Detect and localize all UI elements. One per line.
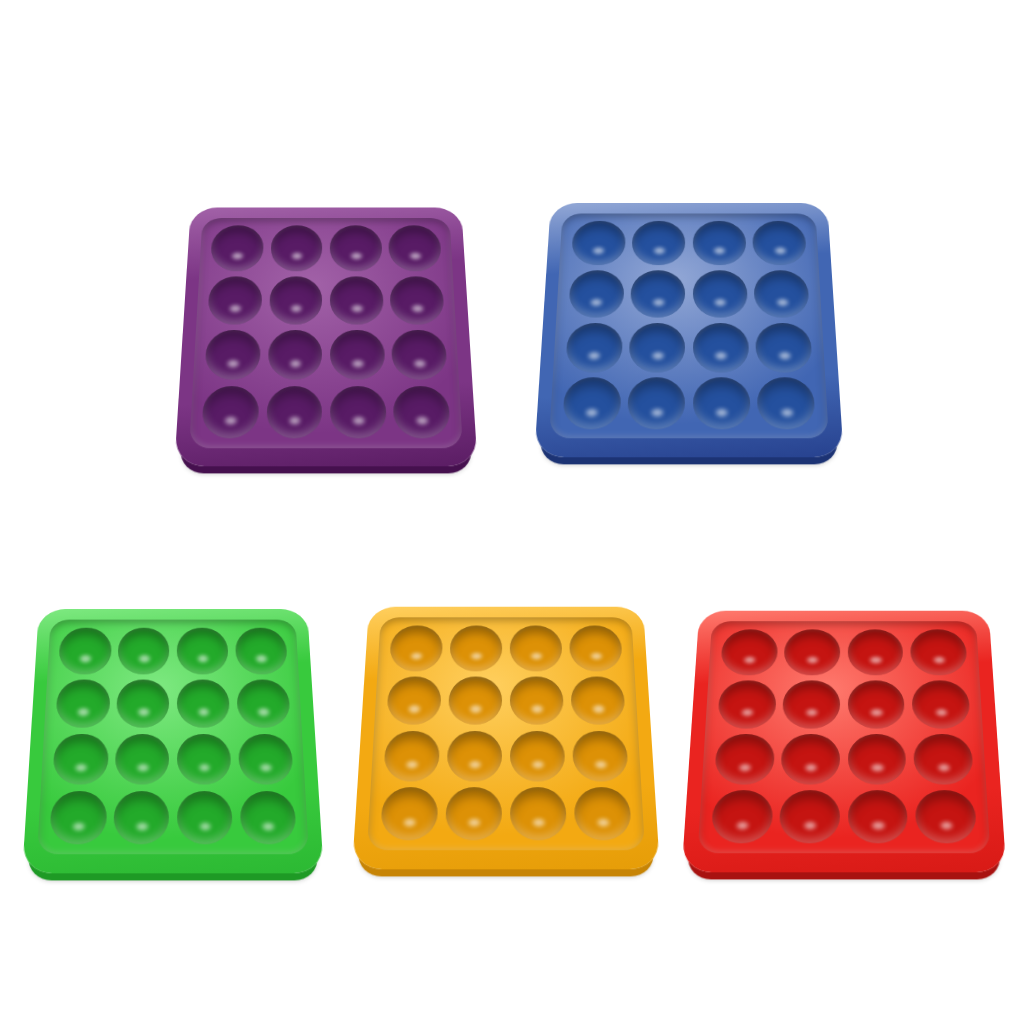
ball-socket [693, 377, 751, 429]
socket-highlight [714, 247, 725, 254]
ball-socket [117, 628, 169, 674]
socket-highlight [591, 298, 602, 305]
ball-socket [52, 734, 108, 785]
ball-socket [629, 323, 685, 372]
ball-socket [446, 731, 502, 782]
ball-socket [236, 679, 291, 728]
socket-highlight [198, 655, 208, 662]
ball-socket [266, 386, 323, 439]
tray-floor [189, 218, 463, 448]
socket-grid-4x4 [198, 224, 455, 442]
socket-highlight [411, 653, 422, 660]
socket-highlight [934, 657, 945, 664]
ball-socket [714, 734, 774, 785]
ball-socket [58, 628, 111, 674]
tray-floor [367, 618, 645, 851]
socket-highlight [742, 709, 754, 716]
socket-highlight [260, 764, 271, 772]
socket-grid-4x4 [45, 625, 300, 848]
ball-socket [630, 270, 685, 317]
socket-highlight [406, 761, 417, 769]
ball-socket [269, 277, 323, 325]
socket-highlight [410, 253, 421, 260]
socket-highlight [198, 708, 209, 715]
ball-socket [848, 629, 904, 675]
socket-highlight [805, 764, 817, 772]
socket-highlight [871, 657, 882, 664]
socket-grid-4x4 [707, 627, 982, 847]
socket-grid-4x4 [376, 623, 637, 844]
ball-socket [239, 791, 297, 845]
socket-highlight [941, 822, 953, 830]
ball-socket [270, 226, 323, 272]
ball-socket [632, 220, 686, 265]
tray-body-red [682, 611, 1006, 872]
ball-socket [569, 625, 624, 671]
socket-highlight [200, 823, 211, 831]
ball-tray-blue [540, 199, 838, 446]
socket-highlight [651, 408, 663, 416]
ball-socket [915, 791, 977, 844]
socket-highlight [73, 823, 84, 831]
ball-tray-red [688, 607, 1000, 861]
socket-highlight [416, 417, 428, 425]
ball-socket [330, 330, 385, 380]
ball-socket [115, 734, 170, 785]
socket-highlight [593, 706, 604, 713]
socket-highlight [351, 305, 362, 312]
socket-highlight [263, 823, 274, 831]
ball-socket [570, 677, 626, 725]
ball-socket [392, 386, 450, 439]
socket-highlight [779, 352, 790, 359]
ball-socket [510, 625, 563, 671]
ball-socket [693, 323, 749, 372]
ball-socket [572, 731, 629, 782]
ball-socket [210, 226, 264, 272]
socket-highlight [595, 761, 606, 769]
socket-highlight [292, 253, 303, 260]
ball-socket [388, 226, 442, 272]
socket-highlight [739, 764, 751, 772]
socket-highlight [75, 764, 86, 772]
socket-highlight [807, 657, 818, 664]
ball-socket [116, 679, 169, 728]
socket-highlight [353, 417, 364, 425]
socket-highlight [468, 819, 479, 827]
socket-highlight [716, 352, 727, 359]
ball-socket [720, 629, 777, 675]
ball-socket [389, 277, 444, 325]
socket-highlight [806, 709, 817, 716]
socket-highlight [352, 360, 363, 368]
ball-socket [383, 731, 440, 782]
socket-highlight [414, 360, 425, 368]
socket-highlight [777, 298, 788, 305]
socket-highlight [409, 706, 420, 713]
ball-socket [781, 734, 840, 785]
ball-socket [757, 377, 816, 429]
ball-socket [205, 330, 261, 380]
socket-highlight [136, 823, 147, 831]
socket-highlight [230, 305, 241, 312]
tray-body-green [22, 609, 324, 873]
ball-socket [267, 330, 322, 380]
socket-highlight [531, 653, 542, 660]
ball-socket [449, 625, 502, 671]
ball-socket [448, 677, 503, 725]
ball-socket [711, 791, 773, 844]
socket-highlight [775, 247, 786, 254]
socket-highlight [938, 764, 950, 772]
ball-socket [568, 270, 624, 317]
socket-highlight [654, 247, 665, 254]
ball-socket [445, 787, 502, 840]
socket-highlight [232, 253, 243, 260]
tray-body-blue [534, 203, 843, 457]
socket-highlight [258, 708, 269, 715]
socket-highlight [781, 408, 793, 416]
socket-highlight [228, 360, 239, 368]
ball-socket [380, 787, 439, 840]
socket-highlight [586, 408, 598, 416]
socket-highlight [289, 417, 300, 425]
ball-socket [628, 377, 686, 429]
socket-highlight [80, 655, 91, 662]
socket-highlight [715, 298, 726, 305]
ball-socket [752, 220, 807, 265]
socket-highlight [716, 408, 728, 416]
socket-highlight [653, 298, 664, 305]
ball-socket [573, 787, 632, 840]
socket-highlight [598, 819, 610, 827]
tray-floor [549, 213, 828, 438]
ball-socket [176, 628, 228, 674]
ball-socket [510, 677, 565, 725]
ball-socket [755, 323, 813, 372]
ball-socket [562, 377, 621, 429]
socket-highlight [804, 822, 816, 830]
socket-highlight [589, 352, 600, 359]
socket-highlight [199, 764, 210, 772]
socket-highlight [225, 417, 237, 425]
ball-socket [389, 625, 443, 671]
socket-highlight [532, 706, 543, 713]
socket-highlight [591, 653, 602, 660]
tray-body-purple [174, 208, 478, 467]
ball-socket [754, 270, 810, 317]
ball-socket [565, 323, 623, 372]
ball-socket [784, 629, 840, 675]
ball-socket [234, 628, 287, 674]
ball-socket [913, 734, 973, 785]
ball-socket [912, 680, 971, 728]
ball-socket [510, 787, 567, 840]
ball-socket [780, 791, 840, 844]
tray-body-yellow [352, 607, 660, 869]
ball-socket [177, 734, 232, 785]
ball-socket [571, 220, 626, 265]
ball-socket [330, 277, 384, 325]
ball-socket [202, 386, 260, 439]
socket-highlight [736, 822, 748, 830]
socket-highlight [471, 653, 482, 660]
socket-highlight [871, 709, 882, 716]
product-photo-canvas [0, 0, 1024, 1024]
ball-socket [848, 734, 907, 785]
ball-socket [693, 220, 747, 265]
socket-grid-4x4 [558, 218, 820, 432]
socket-highlight [652, 352, 663, 359]
ball-socket [55, 679, 110, 728]
ball-tray-green [28, 605, 318, 862]
ball-tray-yellow [358, 603, 654, 858]
socket-highlight [291, 305, 302, 312]
ball-socket [391, 330, 447, 380]
ball-socket [783, 680, 840, 728]
ball-socket [386, 677, 442, 725]
ball-socket [848, 680, 905, 728]
socket-highlight [137, 764, 148, 772]
ball-socket [330, 386, 387, 439]
socket-highlight [139, 655, 149, 662]
ball-socket [177, 791, 233, 845]
ball-socket [329, 226, 382, 272]
socket-highlight [593, 247, 604, 254]
socket-highlight [256, 655, 267, 662]
socket-highlight [404, 819, 416, 827]
socket-highlight [533, 819, 544, 827]
tray-floor [37, 620, 309, 854]
ball-socket [177, 679, 230, 728]
socket-highlight [470, 706, 481, 713]
socket-highlight [78, 708, 89, 715]
ball-socket [848, 791, 908, 844]
socket-highlight [532, 761, 543, 769]
ball-tray-purple [180, 204, 472, 456]
socket-highlight [138, 708, 149, 715]
ball-socket [113, 791, 169, 845]
ball-socket [910, 629, 967, 675]
socket-highlight [936, 709, 948, 716]
ball-socket [237, 734, 293, 785]
ball-socket [693, 270, 748, 317]
ball-socket [717, 680, 776, 728]
socket-highlight [872, 764, 884, 772]
socket-highlight [351, 253, 362, 260]
socket-highlight [469, 761, 480, 769]
ball-socket [510, 731, 566, 782]
socket-highlight [873, 822, 885, 830]
socket-highlight [412, 305, 423, 312]
ball-socket [49, 791, 107, 845]
socket-highlight [290, 360, 301, 368]
ball-socket [208, 277, 263, 325]
socket-highlight [744, 657, 755, 664]
tray-floor [698, 621, 991, 853]
